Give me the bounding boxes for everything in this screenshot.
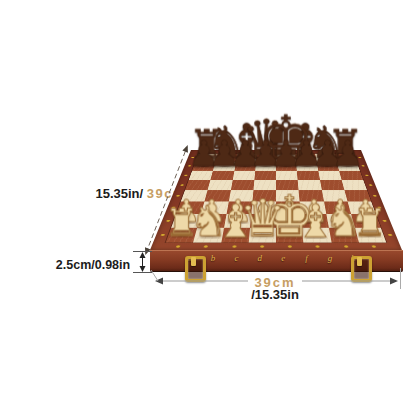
thickness-dimension-label: 2.5cm/0.98in — [55, 259, 131, 273]
board-front-edge: abcdefgh — [150, 250, 403, 272]
black-pawn-h7: ♟ — [304, 137, 391, 173]
board-frame: ♜♞♝♛♚♝♞♜♟♟♟♟♟♟♟♟♟♟♟♟♟♟♟♟♜♞♝♛♚♝♞♜ — [150, 150, 402, 250]
file-labels: abcdefgh — [178, 253, 365, 265]
width-imperial-label: /15.35in — [234, 288, 316, 302]
clasp-right — [351, 256, 372, 282]
white-bishop-f1: ♝ — [259, 197, 373, 243]
file-label-f: f — [295, 253, 318, 265]
product-photo: 15.35in/ 39cm 2.5cm/0.98in 39cm /15.35in… — [0, 0, 416, 416]
file-label-d: d — [248, 253, 271, 265]
file-label-c: c — [225, 253, 248, 265]
pieces-layer: ♜♞♝♛♚♝♞♜♟♟♟♟♟♟♟♟♟♟♟♟♟♟♟♟♜♞♝♛♚♝♞♜ — [150, 150, 402, 250]
file-label-e: e — [272, 253, 295, 265]
chess-board: ♜♞♝♛♚♝♞♜♟♟♟♟♟♟♟♟♟♟♟♟♟♟♟♟♜♞♝♛♚♝♞♜ — [150, 150, 402, 250]
file-label-g: g — [318, 253, 341, 265]
clasp-left — [185, 256, 206, 282]
